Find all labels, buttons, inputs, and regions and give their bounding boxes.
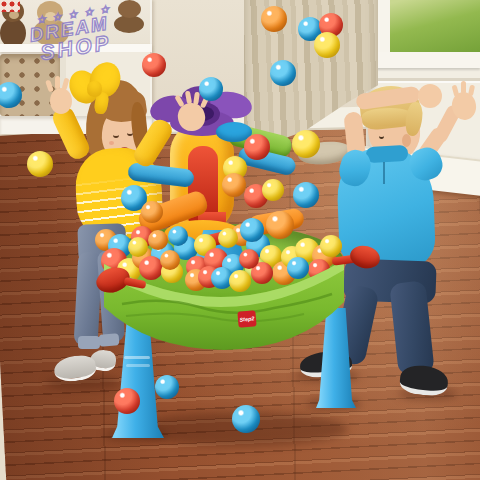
ball-blue (270, 60, 296, 86)
ball-orange (261, 6, 287, 32)
ball-blue (168, 226, 188, 246)
step2-logo-badge: Step2 (237, 310, 256, 328)
ball-orange (141, 201, 163, 223)
ball-red (142, 53, 166, 77)
ball-yellow (262, 179, 284, 201)
teddy-bear-muzzle (9, 11, 19, 19)
window-sill (370, 52, 480, 68)
ball-orange (148, 230, 168, 250)
boy-eye (379, 133, 384, 139)
ball-blue (293, 182, 319, 208)
ball-yellow (314, 32, 340, 58)
boy-placket (383, 162, 385, 184)
girl-finger (55, 76, 60, 89)
patterned-fabric (0, 0, 20, 12)
boy-hand-right (418, 84, 442, 108)
ball-blue (155, 375, 179, 399)
ball-blue (199, 77, 223, 101)
ball-red (114, 388, 140, 414)
table-leg-ridge (126, 364, 150, 367)
girl-jean-cuff (78, 336, 100, 349)
ball-orange (222, 173, 246, 197)
ball-yellow (292, 130, 320, 158)
ball-blue (232, 405, 260, 433)
ball-yellow (27, 151, 53, 177)
ball-orange (266, 211, 294, 239)
table-skirt (104, 252, 344, 352)
boy-collar (366, 145, 409, 163)
step2-logo-text: Step2 (239, 315, 254, 322)
ball-blue (240, 218, 264, 242)
girl-eye (113, 132, 119, 138)
window (388, 0, 480, 55)
girl-hand-left (50, 88, 72, 114)
ball-red (244, 134, 270, 160)
product-photo-ball-play-table: Step2 ✩ ✩ ✩ ✩ ✩ DREAM SHOP (0, 0, 480, 480)
table-leg-ridge (124, 356, 150, 359)
girl-eye (127, 130, 133, 136)
boy-finger (461, 81, 466, 94)
ball-yellow (218, 228, 238, 248)
girl-bow-knot (87, 81, 102, 97)
girl-blush (109, 141, 114, 145)
